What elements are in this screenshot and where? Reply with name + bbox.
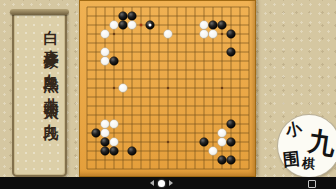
white-stone	[110, 120, 119, 129]
go-board-svg	[79, 0, 256, 177]
black-stone	[227, 120, 236, 129]
logo-char: 棋	[301, 155, 315, 174]
white-stone	[119, 84, 128, 93]
white-stone	[128, 21, 137, 30]
white-stone	[101, 48, 110, 57]
white-stone	[218, 129, 227, 138]
black-stone	[101, 147, 110, 156]
white-stone	[164, 30, 173, 39]
black-stone	[119, 12, 128, 21]
white-stone	[101, 57, 110, 66]
white-stone	[218, 138, 227, 147]
white-stone	[101, 30, 110, 39]
black-stone	[119, 21, 128, 30]
next-icon[interactable]	[169, 180, 173, 186]
white-stone	[200, 30, 209, 39]
video-frame: 白 辜梓豪 九段 黑 井山裕太 九段 小 九 围	[0, 0, 336, 189]
black-stone	[218, 21, 227, 30]
go-board	[79, 0, 256, 177]
white-stone	[209, 30, 218, 39]
progress-knob[interactable]	[158, 180, 165, 187]
marker-dot	[140, 24, 143, 27]
video-control-bar[interactable]	[0, 177, 336, 189]
board-render-layer	[87, 7, 249, 169]
white-stone	[110, 138, 119, 147]
black-stone	[92, 129, 101, 138]
black-stone	[227, 48, 236, 57]
black-stone	[110, 147, 119, 156]
black-stone	[101, 138, 110, 147]
black-stone	[227, 30, 236, 39]
fullscreen-icon[interactable]	[308, 180, 316, 188]
black-stone	[218, 156, 227, 165]
black-stone	[209, 21, 218, 30]
last-move-dot	[149, 24, 152, 27]
logo-char: 围	[282, 147, 301, 172]
playback-controls	[150, 177, 173, 189]
white-player-label: 白 辜梓豪 九段	[18, 18, 61, 66]
players-scroll-panel: 白 辜梓豪 九段 黑 井山裕太 九段	[12, 11, 67, 177]
white-stone	[200, 21, 209, 30]
black-stone	[227, 138, 236, 147]
black-player-label: 黑 井山裕太 九段	[18, 66, 61, 116]
black-stone	[200, 138, 209, 147]
white-stone	[110, 21, 119, 30]
player-names: 白 辜梓豪 九段 黑 井山裕太 九段	[18, 18, 61, 170]
previous-icon[interactable]	[150, 180, 154, 186]
black-stone	[128, 12, 137, 21]
black-stone	[227, 156, 236, 165]
white-stone	[209, 147, 218, 156]
black-stone	[128, 147, 137, 156]
logo-char: 小	[284, 119, 304, 143]
white-stone	[101, 129, 110, 138]
scroll-roller-top	[10, 9, 69, 15]
channel-logo: 小 九 围 棋	[278, 115, 336, 177]
white-stone	[101, 120, 110, 129]
black-stone	[110, 57, 119, 66]
